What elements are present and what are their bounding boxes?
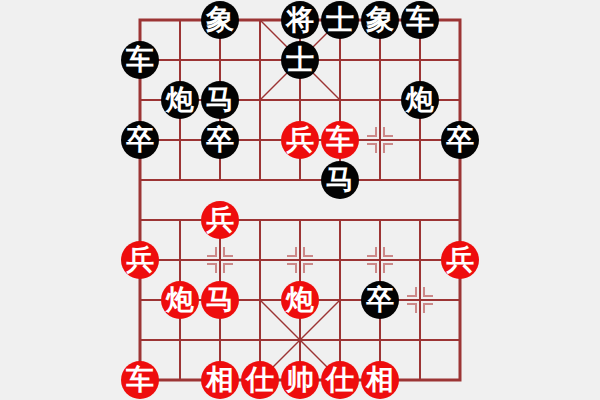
piece-red-cannon[interactable]: 炮 [161,281,199,319]
piece-red-horse[interactable]: 马 [201,281,239,319]
xiangqi-board: 象将士象车车士炮马炮卒卒兵车卒马兵兵兵炮马炮卒车相仕帅仕相 [0,0,600,400]
piece-red-soldier[interactable]: 兵 [281,121,319,159]
piece-red-advisor[interactable]: 仕 [241,361,279,399]
piece-black-elephant[interactable]: 象 [361,1,399,39]
piece-black-elephant[interactable]: 象 [201,1,239,39]
piece-red-chariot[interactable]: 车 [321,121,359,159]
piece-black-advisor[interactable]: 士 [321,1,359,39]
piece-red-advisor[interactable]: 仕 [321,361,359,399]
piece-red-elephant[interactable]: 相 [201,361,239,399]
piece-black-general[interactable]: 将 [281,1,319,39]
piece-black-cannon[interactable]: 炮 [401,81,439,119]
piece-black-cannon[interactable]: 炮 [161,81,199,119]
piece-black-soldier[interactable]: 卒 [201,121,239,159]
piece-red-general[interactable]: 帅 [281,361,319,399]
piece-red-cannon[interactable]: 炮 [281,281,319,319]
piece-black-horse[interactable]: 马 [201,81,239,119]
piece-black-soldier[interactable]: 卒 [441,121,479,159]
piece-red-elephant[interactable]: 相 [361,361,399,399]
piece-black-advisor[interactable]: 士 [281,41,319,79]
pieces-layer: 象将士象车车士炮马炮卒卒兵车卒马兵兵兵炮马炮卒车相仕帅仕相 [0,0,600,400]
piece-black-soldier[interactable]: 卒 [121,121,159,159]
piece-black-chariot[interactable]: 车 [121,41,159,79]
piece-red-soldier[interactable]: 兵 [441,241,479,279]
piece-red-chariot[interactable]: 车 [121,361,159,399]
piece-black-soldier[interactable]: 卒 [361,281,399,319]
piece-red-soldier[interactable]: 兵 [201,201,239,239]
piece-black-chariot[interactable]: 车 [401,1,439,39]
piece-red-soldier[interactable]: 兵 [121,241,159,279]
piece-black-horse[interactable]: 马 [321,161,359,199]
